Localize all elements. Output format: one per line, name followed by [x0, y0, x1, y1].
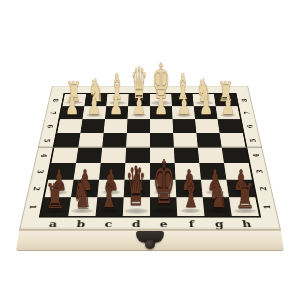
latch-knob	[145, 240, 155, 249]
piece-white-pawn-g7: ♟	[199, 93, 213, 117]
piece-black-bishop-c1: ♝	[100, 169, 119, 214]
piece-white-pawn-h7: ♟	[221, 93, 235, 117]
piece-black-rook-a1: ♜	[45, 180, 65, 214]
piece-white-pawn-f7: ♟	[177, 93, 191, 117]
piece-white-pawn-d7: ♟	[132, 93, 146, 117]
piece-black-knight-g1: ♞	[208, 174, 228, 213]
piece-black-rook-h1: ♜	[234, 180, 254, 214]
chess-set-photo: abcdefgh8877665544332211 ♜♞♝♛♚♝♞♜♟♟♟♟♟♟♟…	[0, 0, 300, 300]
piece-white-pawn-c7: ♟	[110, 93, 124, 117]
piece-white-pawn-b7: ♟	[87, 93, 101, 117]
piece-white-pawn-a7: ♟	[65, 93, 79, 117]
piece-black-bishop-f1: ♝	[181, 169, 200, 214]
piece-white-pawn-e7: ♟	[154, 93, 168, 117]
piece-layer: ♜♞♝♛♚♝♞♜♟♟♟♟♟♟♟♟♟♟♟♟♟♟♟♟♜♞♝♛♚♝♞♜	[0, 0, 300, 300]
piece-black-king-e1: ♚	[152, 154, 174, 215]
piece-black-knight-b1: ♞	[73, 174, 93, 213]
piece-black-queen-d1: ♛	[126, 160, 147, 214]
